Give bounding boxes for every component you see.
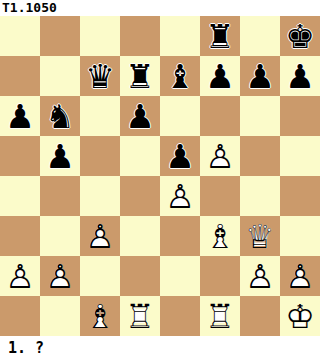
square-c8[interactable] <box>80 16 120 56</box>
square-g4[interactable] <box>240 176 280 216</box>
square-e1[interactable] <box>160 296 200 336</box>
square-h3[interactable] <box>280 216 320 256</box>
square-e3[interactable] <box>160 216 200 256</box>
square-e5[interactable]: ♟ <box>160 136 200 176</box>
square-f2[interactable] <box>200 256 240 296</box>
square-b4[interactable] <box>40 176 80 216</box>
square-f4[interactable] <box>200 176 240 216</box>
square-g7[interactable]: ♟ <box>240 56 280 96</box>
piece-white-pawn-e4[interactable]: ♙ <box>160 176 200 216</box>
square-h6[interactable] <box>280 96 320 136</box>
square-f7[interactable]: ♟ <box>200 56 240 96</box>
square-d8[interactable] <box>120 16 160 56</box>
square-e4[interactable]: ♟♙ <box>160 176 200 216</box>
square-g6[interactable] <box>240 96 280 136</box>
piece-white-pawn-a2[interactable]: ♙ <box>0 256 40 296</box>
square-e8[interactable] <box>160 16 200 56</box>
square-f5[interactable]: ♟♙ <box>200 136 240 176</box>
square-h4[interactable] <box>280 176 320 216</box>
square-h5[interactable] <box>280 136 320 176</box>
square-e7[interactable]: ♝ <box>160 56 200 96</box>
piece-black-pawn-b5[interactable]: ♟ <box>40 136 80 176</box>
square-d4[interactable] <box>120 176 160 216</box>
square-e2[interactable] <box>160 256 200 296</box>
square-b7[interactable] <box>40 56 80 96</box>
piece-white-pawn-f5[interactable]: ♙ <box>200 136 240 176</box>
square-f6[interactable] <box>200 96 240 136</box>
square-g1[interactable] <box>240 296 280 336</box>
square-b6[interactable]: ♞ <box>40 96 80 136</box>
square-a8[interactable] <box>0 16 40 56</box>
piece-white-pawn-g2[interactable]: ♙ <box>240 256 280 296</box>
square-h8[interactable]: ♚ <box>280 16 320 56</box>
square-h1[interactable]: ♚♔ <box>280 296 320 336</box>
piece-white-pawn-c3[interactable]: ♙ <box>80 216 120 256</box>
piece-black-pawn-h7[interactable]: ♟ <box>280 56 320 96</box>
piece-black-pawn-e5[interactable]: ♟ <box>160 136 200 176</box>
square-g3[interactable]: ♛♕ <box>240 216 280 256</box>
piece-white-king-h1[interactable]: ♔ <box>280 296 320 336</box>
square-c3[interactable]: ♟♙ <box>80 216 120 256</box>
square-d2[interactable] <box>120 256 160 296</box>
square-d6[interactable]: ♟ <box>120 96 160 136</box>
square-c6[interactable] <box>80 96 120 136</box>
chess-puzzle-app: T1.1050 ♜♚♛♜♝♟♟♟♟♞♟♟♟♟♙♟♙♟♙♝♗♛♕♟♙♟♙♟♙♟♙♝… <box>0 0 320 360</box>
square-b3[interactable] <box>40 216 80 256</box>
piece-black-pawn-g7[interactable]: ♟ <box>240 56 280 96</box>
piece-black-pawn-a6[interactable]: ♟ <box>0 96 40 136</box>
square-h7[interactable]: ♟ <box>280 56 320 96</box>
piece-black-knight-b6[interactable]: ♞ <box>40 96 80 136</box>
square-g2[interactable]: ♟♙ <box>240 256 280 296</box>
move-prompt: 1. ? <box>0 336 320 360</box>
piece-white-rook-f1[interactable]: ♖ <box>200 296 240 336</box>
square-c7[interactable]: ♛ <box>80 56 120 96</box>
puzzle-id: T1.1050 <box>0 0 320 16</box>
piece-white-pawn-h2[interactable]: ♙ <box>280 256 320 296</box>
piece-black-bishop-e7[interactable]: ♝ <box>160 56 200 96</box>
square-b2[interactable]: ♟♙ <box>40 256 80 296</box>
square-a2[interactable]: ♟♙ <box>0 256 40 296</box>
piece-white-pawn-b2[interactable]: ♙ <box>40 256 80 296</box>
square-d3[interactable] <box>120 216 160 256</box>
square-e6[interactable] <box>160 96 200 136</box>
square-b8[interactable] <box>40 16 80 56</box>
square-a1[interactable] <box>0 296 40 336</box>
chess-board: ♜♚♛♜♝♟♟♟♟♞♟♟♟♟♙♟♙♟♙♝♗♛♕♟♙♟♙♟♙♟♙♝♗♜♖♜♖♚♔ <box>0 16 320 336</box>
square-g8[interactable] <box>240 16 280 56</box>
square-a4[interactable] <box>0 176 40 216</box>
square-a3[interactable] <box>0 216 40 256</box>
piece-black-king-h8[interactable]: ♚ <box>280 16 320 56</box>
square-a5[interactable] <box>0 136 40 176</box>
square-c4[interactable] <box>80 176 120 216</box>
square-b5[interactable]: ♟ <box>40 136 80 176</box>
square-g5[interactable] <box>240 136 280 176</box>
piece-white-queen-g3[interactable]: ♕ <box>240 216 280 256</box>
square-f3[interactable]: ♝♗ <box>200 216 240 256</box>
piece-black-pawn-d6[interactable]: ♟ <box>120 96 160 136</box>
square-d1[interactable]: ♜♖ <box>120 296 160 336</box>
square-f1[interactable]: ♜♖ <box>200 296 240 336</box>
piece-black-rook-f8[interactable]: ♜ <box>200 16 240 56</box>
square-h2[interactable]: ♟♙ <box>280 256 320 296</box>
square-c5[interactable] <box>80 136 120 176</box>
piece-black-pawn-f7[interactable]: ♟ <box>200 56 240 96</box>
square-d5[interactable] <box>120 136 160 176</box>
piece-black-queen-c7[interactable]: ♛ <box>80 56 120 96</box>
piece-white-bishop-c1[interactable]: ♗ <box>80 296 120 336</box>
piece-white-bishop-f3[interactable]: ♗ <box>200 216 240 256</box>
square-b1[interactable] <box>40 296 80 336</box>
square-c1[interactable]: ♝♗ <box>80 296 120 336</box>
square-c2[interactable] <box>80 256 120 296</box>
square-a7[interactable] <box>0 56 40 96</box>
piece-white-rook-d1[interactable]: ♖ <box>120 296 160 336</box>
square-f8[interactable]: ♜ <box>200 16 240 56</box>
square-a6[interactable]: ♟ <box>0 96 40 136</box>
square-d7[interactable]: ♜ <box>120 56 160 96</box>
piece-black-rook-d7[interactable]: ♜ <box>120 56 160 96</box>
